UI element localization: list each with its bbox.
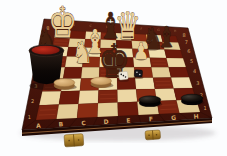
square-b1[interactable]: [57, 104, 79, 119]
chess-board: AA88BB77CC66DD55EE44FF33GG22HH11♚♝♛♝♞♞♝♟…: [0, 0, 227, 156]
square-e2[interactable]: [117, 89, 137, 102]
rank-label-left-1: 1: [28, 114, 31, 120]
square-f3[interactable]: [135, 78, 155, 90]
hinge-1: [64, 134, 84, 147]
hinge-2: [145, 130, 161, 140]
square-h5[interactable]: [166, 58, 185, 67]
rank-label-right-3: 3: [196, 80, 199, 86]
die-black: [134, 70, 142, 78]
square-h4[interactable]: [169, 67, 189, 77]
checker-dark: [181, 94, 203, 102]
file-label-F: F: [149, 115, 154, 122]
rank-label-right-8: 8: [183, 32, 186, 38]
square-c2[interactable]: [78, 90, 98, 104]
square-b2[interactable]: [59, 91, 80, 105]
file-label-D: D: [103, 118, 108, 125]
square-g5[interactable]: [150, 58, 169, 68]
chess-set-photo: AA88BB77CC66DD55EE44FF33GG22HH11♚♝♛♝♞♞♝♟…: [0, 0, 227, 156]
square-e1[interactable]: [118, 102, 139, 116]
piece-white-knight-b5[interactable]: ♞: [72, 35, 93, 70]
checker-dark: [139, 96, 161, 104]
rank-label-right-7: 7: [185, 39, 188, 45]
square-g3[interactable]: [153, 77, 174, 88]
square-g4[interactable]: [151, 67, 171, 77]
rank-label-right-5: 5: [190, 58, 193, 64]
file-label-B: B: [58, 120, 63, 127]
file-label-E: E: [126, 116, 131, 123]
file-label-A: A: [36, 122, 41, 129]
rank-label-right-4: 4: [193, 68, 196, 74]
die-white: [119, 71, 129, 80]
rank-label-left-2: 2: [31, 98, 34, 104]
square-a1[interactable]: [36, 105, 59, 120]
piece-white-pawn-f5[interactable]: ♟: [133, 38, 149, 65]
file-label-G: G: [171, 114, 176, 121]
dice-cup-lining: [32, 46, 60, 55]
square-a2[interactable]: [39, 91, 61, 105]
rank-label-right-6: 6: [187, 48, 190, 54]
square-d1[interactable]: [98, 102, 119, 117]
square-c1[interactable]: [77, 103, 98, 118]
checker-light: [54, 79, 75, 87]
file-label-H: H: [193, 112, 198, 119]
checker-light: [91, 77, 112, 85]
square-d2[interactable]: [98, 90, 118, 103]
rank-label-right-1: 1: [204, 105, 207, 111]
square-h3[interactable]: [171, 77, 192, 88]
